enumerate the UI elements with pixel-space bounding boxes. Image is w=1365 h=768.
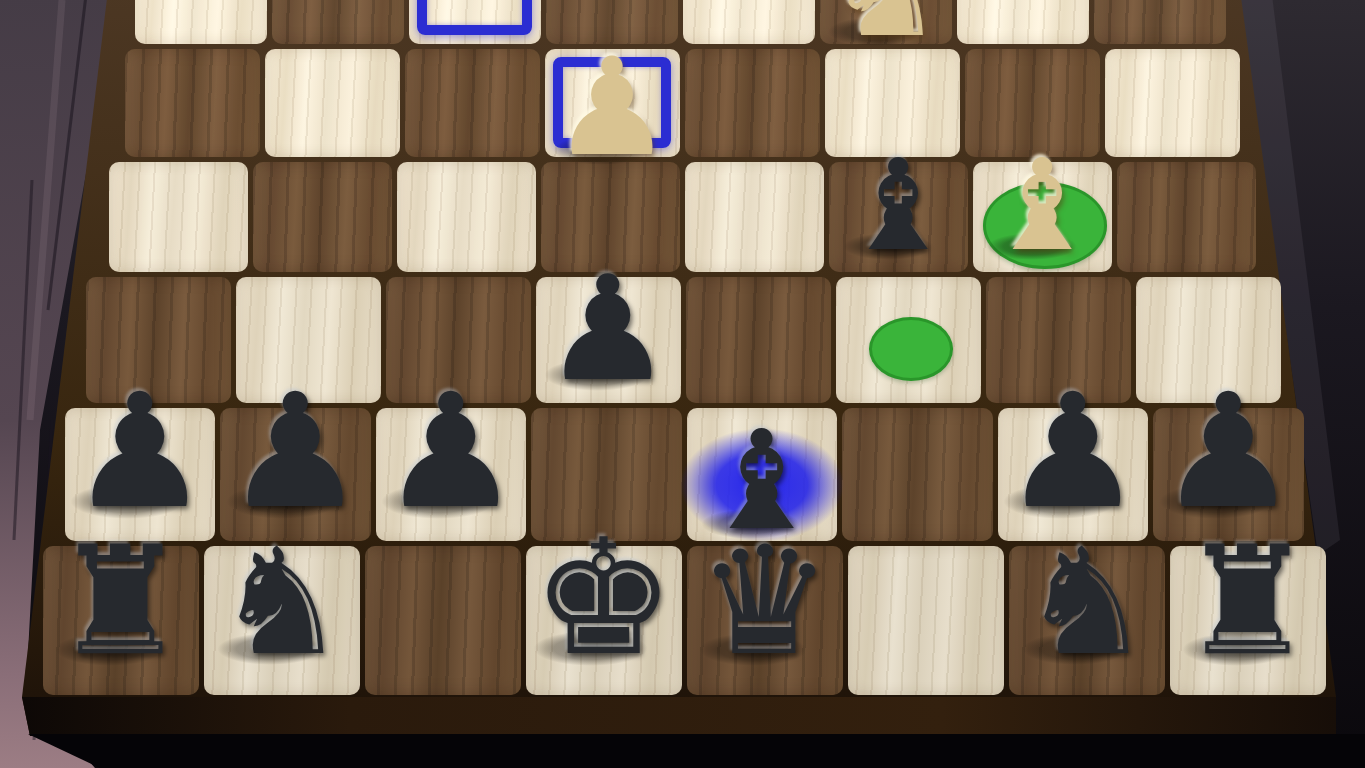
piece-black-pawn-e6[interactable]: ♟ [536, 256, 681, 401]
piece-black-pawn-h7[interactable]: ♟ [61, 372, 219, 530]
piece-black-knight-b8[interactable]: ♞ [1013, 529, 1160, 676]
chess-app-screen: ♞♟♝♝♟♟♟♟♟♟♝♜♞♛♚♞♜ [0, 0, 1365, 768]
piece-white-bishop-b5[interactable]: ♝ [979, 143, 1105, 269]
piece-black-bishop-c5[interactable]: ♝ [835, 143, 961, 269]
piece-black-pawn-b7[interactable]: ♟ [994, 372, 1152, 530]
highlight-move-from-outline-f3 [417, 0, 532, 35]
highlight-legal-move-dot-c6 [869, 317, 953, 381]
piece-black-king-e8[interactable]: ♚ [524, 518, 684, 678]
pieces-and-highlights-layer: ♞♟♝♝♟♟♟♟♟♟♝♜♞♛♚♞♜ [0, 0, 1365, 768]
piece-white-knight-c3[interactable]: ♞ [821, 0, 951, 55]
piece-black-pawn-f7[interactable]: ♟ [372, 372, 530, 530]
piece-black-rook-h8[interactable]: ♜ [46, 526, 196, 676]
piece-white-pawn-e4[interactable]: ♟ [545, 40, 680, 175]
piece-black-rook-a8[interactable]: ♜ [1173, 526, 1323, 676]
piece-black-pawn-a7[interactable]: ♟ [1149, 372, 1307, 530]
piece-black-knight-g8[interactable]: ♞ [208, 529, 355, 676]
piece-black-queen-d8[interactable]: ♛ [690, 526, 840, 676]
piece-black-pawn-g7[interactable]: ♟ [216, 372, 374, 530]
